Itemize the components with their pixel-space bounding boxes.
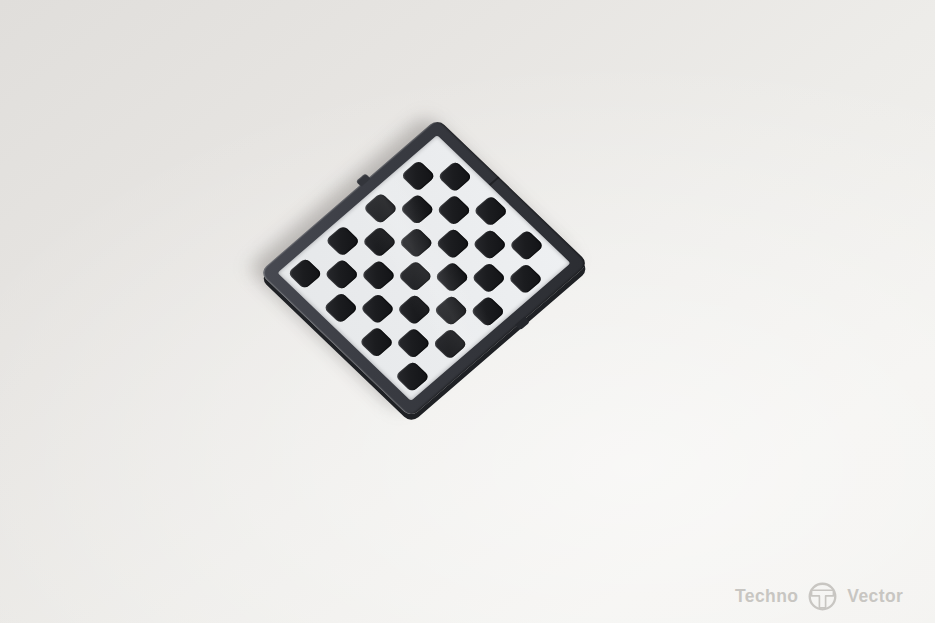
- board-frame: [259, 118, 589, 417]
- mount-tab: [515, 317, 530, 330]
- watermark: Techno Vector: [735, 581, 903, 612]
- watermark-brand-right: Vector: [847, 588, 903, 606]
- checkerboard-grid: [286, 143, 562, 393]
- frame-seam: [489, 176, 500, 185]
- photo-scene: Techno Vector: [0, 0, 935, 623]
- watermark-brand-left: Techno: [735, 588, 798, 606]
- steering-wheel-icon: [807, 581, 838, 612]
- calibration-board: [259, 118, 589, 417]
- board-field: [277, 135, 570, 401]
